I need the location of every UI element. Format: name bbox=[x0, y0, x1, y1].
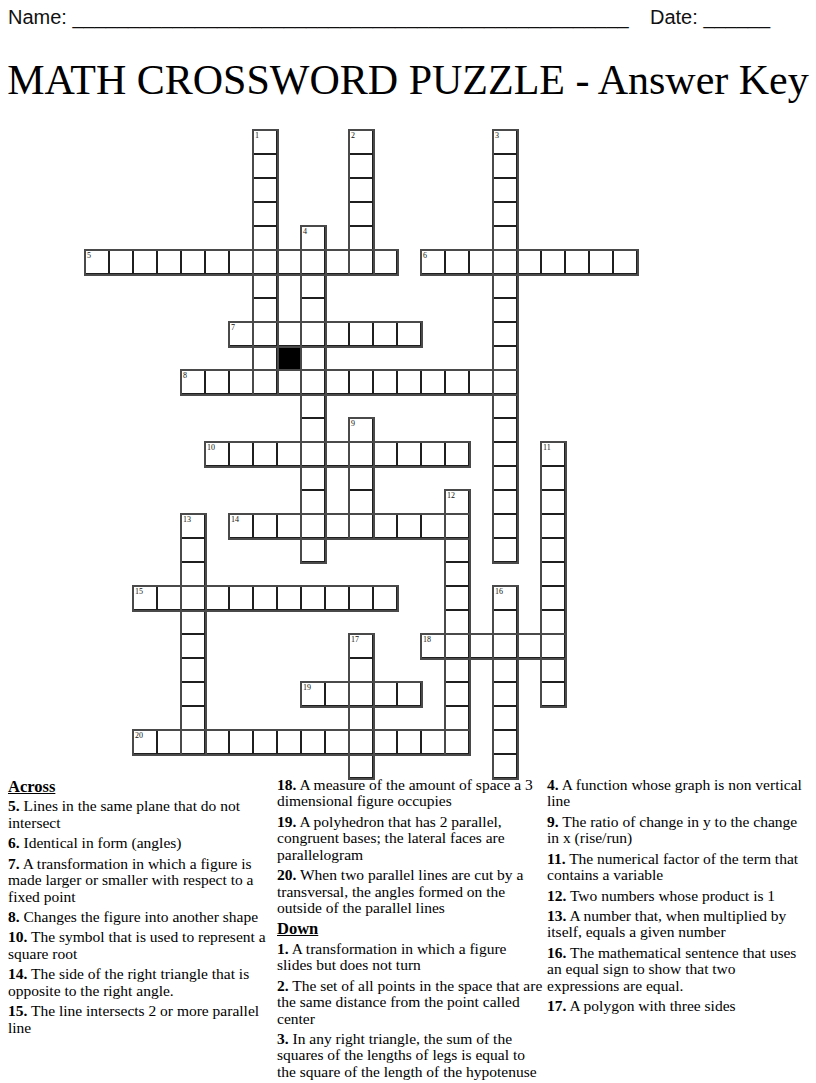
grid-cell[interactable] bbox=[301, 346, 325, 370]
grid-cell[interactable] bbox=[325, 322, 349, 346]
grid-cell[interactable]: 2 bbox=[349, 130, 373, 154]
grid-cell[interactable] bbox=[445, 610, 469, 634]
clue-d4: 4. A function whose graph is non vertica… bbox=[547, 777, 811, 810]
grid-cell[interactable] bbox=[493, 274, 517, 298]
grid-cell[interactable] bbox=[541, 634, 565, 658]
clue-a18: 18. A measure of the amount of space a 3… bbox=[277, 777, 545, 810]
grid-cell[interactable] bbox=[349, 154, 373, 178]
grid-cell[interactable] bbox=[301, 370, 325, 394]
grid-cell[interactable] bbox=[493, 298, 517, 322]
grid-cell[interactable]: 11 bbox=[541, 442, 565, 466]
grid-cell[interactable] bbox=[181, 682, 205, 706]
grid-cell[interactable] bbox=[469, 634, 493, 658]
clue-a10: 10. The symbol that is used to represent… bbox=[8, 929, 276, 962]
grid-cell[interactable] bbox=[109, 250, 133, 274]
grid-cell[interactable] bbox=[397, 322, 421, 346]
clue-d16: 16. The mathematical sentence that uses … bbox=[547, 945, 811, 994]
grid-cell[interactable] bbox=[181, 634, 205, 658]
grid-cell[interactable] bbox=[253, 322, 277, 346]
grid-cell[interactable]: 3 bbox=[493, 130, 517, 154]
grid-cell[interactable]: 4 bbox=[301, 226, 325, 250]
grid-cell[interactable] bbox=[373, 250, 397, 274]
cell-number: 13 bbox=[183, 515, 191, 524]
grid-cell[interactable] bbox=[445, 442, 469, 466]
grid-cell[interactable] bbox=[493, 658, 517, 682]
grid-cell[interactable] bbox=[253, 730, 277, 754]
grid-cell[interactable] bbox=[157, 250, 181, 274]
grid-cell[interactable]: 12 bbox=[445, 490, 469, 514]
grid-cell[interactable] bbox=[469, 370, 493, 394]
grid-cell[interactable] bbox=[277, 730, 301, 754]
grid-cell[interactable] bbox=[229, 586, 253, 610]
grid-cell[interactable] bbox=[229, 370, 253, 394]
grid-cell[interactable] bbox=[349, 466, 373, 490]
grid-cell[interactable] bbox=[373, 370, 397, 394]
grid-cell[interactable] bbox=[277, 370, 301, 394]
grid-cell[interactable] bbox=[205, 370, 229, 394]
clue-a5: 5. Lines in the same plane that do not i… bbox=[8, 798, 276, 831]
grid-cell[interactable] bbox=[373, 322, 397, 346]
cell-number: 7 bbox=[231, 323, 235, 332]
grid-cell[interactable] bbox=[229, 442, 253, 466]
grid-cell[interactable] bbox=[253, 586, 277, 610]
grid-cell[interactable]: 20 bbox=[133, 730, 157, 754]
clue-d3: 3. In any right triangle, the sum of the… bbox=[277, 1031, 545, 1080]
grid-cell[interactable] bbox=[301, 418, 325, 442]
grid-cell[interactable] bbox=[205, 730, 229, 754]
grid-cell[interactable]: 17 bbox=[349, 634, 373, 658]
grid-cell[interactable] bbox=[493, 514, 517, 538]
grid-cell[interactable] bbox=[325, 370, 349, 394]
cell-number: 2 bbox=[351, 131, 355, 140]
cell-number: 6 bbox=[423, 251, 427, 260]
clue-a15: 15. The line intersects 2 or more parall… bbox=[8, 1003, 276, 1036]
clue-d1: 1. A transformation in which a figure sl… bbox=[277, 941, 545, 974]
cell-number: 9 bbox=[351, 419, 355, 428]
cell-number: 10 bbox=[207, 443, 215, 452]
grid-cell[interactable] bbox=[301, 514, 325, 538]
clue-column-2: 18. A measure of the amount of space a 3… bbox=[277, 777, 545, 1083]
grid-cell[interactable] bbox=[301, 298, 325, 322]
grid-cell[interactable] bbox=[301, 466, 325, 490]
grid-cell[interactable] bbox=[589, 250, 613, 274]
grid-cell[interactable] bbox=[301, 394, 325, 418]
grid-cell[interactable] bbox=[325, 250, 349, 274]
grid-cell[interactable] bbox=[517, 250, 541, 274]
grid-cell[interactable]: 8 bbox=[181, 370, 205, 394]
clue-d11: 11. The numerical factor of the term tha… bbox=[547, 851, 811, 884]
grid-cell[interactable] bbox=[493, 442, 517, 466]
grid-cell[interactable] bbox=[493, 202, 517, 226]
crossword-grid: 1234567891011121314151617181920 bbox=[85, 130, 639, 780]
cell-number: 3 bbox=[495, 131, 499, 140]
grid-cell[interactable] bbox=[445, 250, 469, 274]
grid-cell[interactable] bbox=[493, 178, 517, 202]
cell-number: 11 bbox=[543, 443, 551, 452]
grid-cell[interactable] bbox=[373, 682, 397, 706]
grid-cell[interactable] bbox=[277, 514, 301, 538]
grid-cell[interactable] bbox=[493, 730, 517, 754]
grid-cell[interactable] bbox=[301, 490, 325, 514]
grid-cell[interactable] bbox=[493, 154, 517, 178]
grid-cell[interactable] bbox=[253, 370, 277, 394]
grid-cell[interactable] bbox=[181, 562, 205, 586]
grid-cell[interactable] bbox=[493, 634, 517, 658]
grid-cell[interactable] bbox=[325, 442, 349, 466]
grid-cell[interactable] bbox=[181, 250, 205, 274]
grid-cell[interactable] bbox=[541, 586, 565, 610]
name-blank-line: ________________________________________… bbox=[72, 6, 628, 29]
grid-cell[interactable] bbox=[181, 586, 205, 610]
grid-cell[interactable]: 18 bbox=[421, 634, 445, 658]
grid-cell[interactable] bbox=[373, 514, 397, 538]
grid-cell[interactable] bbox=[493, 394, 517, 418]
grid-cell[interactable] bbox=[493, 682, 517, 706]
grid-cell[interactable] bbox=[541, 250, 565, 274]
grid-cell[interactable] bbox=[349, 370, 373, 394]
grid-cell[interactable] bbox=[421, 730, 445, 754]
page-title: MATH CROSSWORD PUZZLE - Answer Key bbox=[0, 56, 816, 104]
grid-cell[interactable] bbox=[253, 154, 277, 178]
grid-cell[interactable] bbox=[181, 706, 205, 730]
grid-cell[interactable] bbox=[349, 514, 373, 538]
grid-cell[interactable] bbox=[397, 682, 421, 706]
grid-cell[interactable] bbox=[445, 514, 469, 538]
cell-number: 1 bbox=[255, 131, 259, 140]
grid-cell[interactable] bbox=[373, 586, 397, 610]
grid-cell[interactable] bbox=[253, 226, 277, 250]
grid-cell[interactable] bbox=[277, 250, 301, 274]
grid-cell[interactable] bbox=[493, 706, 517, 730]
grid-cell[interactable] bbox=[397, 730, 421, 754]
clue-a6: 6. Identical in form (angles) bbox=[8, 835, 276, 851]
grid-cell[interactable] bbox=[445, 586, 469, 610]
cell-number: 15 bbox=[135, 587, 143, 596]
grid-cell[interactable] bbox=[301, 442, 325, 466]
clue-d9: 9. The ratio of change in y to the chang… bbox=[547, 814, 811, 847]
grid-cell[interactable] bbox=[181, 538, 205, 562]
grid-cell[interactable] bbox=[541, 538, 565, 562]
clue-a19: 19. A polyhedron that has 2 parallel, co… bbox=[277, 814, 545, 863]
grid-cell[interactable] bbox=[301, 274, 325, 298]
grid-cell[interactable] bbox=[421, 514, 445, 538]
grid-cell[interactable] bbox=[541, 658, 565, 682]
grid-cell[interactable] bbox=[541, 514, 565, 538]
grid-cell[interactable] bbox=[445, 658, 469, 682]
grid-cell[interactable] bbox=[349, 754, 373, 778]
grid-cell[interactable] bbox=[157, 586, 181, 610]
grid-cell[interactable]: 7 bbox=[229, 322, 253, 346]
worksheet-page: Name: __________________________________… bbox=[0, 0, 816, 1083]
grid-cell[interactable] bbox=[541, 466, 565, 490]
cell-number: 19 bbox=[303, 683, 311, 692]
grid-cell[interactable] bbox=[301, 538, 325, 562]
across-header: Across bbox=[8, 778, 276, 795]
grid-cell[interactable] bbox=[493, 490, 517, 514]
clue-d12: 12. Two numbers whose product is 1 bbox=[547, 888, 811, 904]
grid-cell[interactable] bbox=[397, 370, 421, 394]
grid-cell[interactable] bbox=[493, 226, 517, 250]
grid-cell[interactable] bbox=[493, 370, 517, 394]
grid-cell[interactable] bbox=[181, 658, 205, 682]
grid-cell[interactable] bbox=[493, 754, 517, 778]
clue-d17: 17. A polygon with three sides bbox=[547, 998, 811, 1014]
grid-cell[interactable] bbox=[301, 586, 325, 610]
grid-cell[interactable] bbox=[205, 250, 229, 274]
grid-cell[interactable] bbox=[349, 490, 373, 514]
grid-cell[interactable] bbox=[445, 562, 469, 586]
grid-cell[interactable] bbox=[445, 370, 469, 394]
grid-cell[interactable] bbox=[277, 442, 301, 466]
grid-cell[interactable] bbox=[205, 586, 229, 610]
grid-cell[interactable] bbox=[445, 538, 469, 562]
grid-cell[interactable] bbox=[253, 274, 277, 298]
cell-number: 12 bbox=[447, 491, 455, 500]
clue-a20: 20. When two parallel lines are cut by a… bbox=[277, 867, 545, 916]
grid-cell[interactable] bbox=[373, 730, 397, 754]
grid-cell[interactable] bbox=[253, 178, 277, 202]
grid-cell[interactable] bbox=[349, 682, 373, 706]
grid-cell[interactable] bbox=[349, 250, 373, 274]
grid-cell[interactable]: 10 bbox=[205, 442, 229, 466]
grid-cell[interactable]: 1 bbox=[253, 130, 277, 154]
grid-cell[interactable] bbox=[469, 250, 493, 274]
grid-cell[interactable] bbox=[325, 514, 349, 538]
grid-cell[interactable] bbox=[253, 514, 277, 538]
clue-a8: 8. Changes the figure into another shape bbox=[8, 909, 276, 925]
down-header: Down bbox=[277, 920, 545, 937]
grid-cell[interactable] bbox=[541, 682, 565, 706]
grid-cell[interactable]: 6 bbox=[421, 250, 445, 274]
grid-cell[interactable] bbox=[181, 610, 205, 634]
grid-cell[interactable] bbox=[445, 730, 469, 754]
grid-cell[interactable]: 13 bbox=[181, 514, 205, 538]
grid-cell[interactable] bbox=[349, 178, 373, 202]
cell-number: 18 bbox=[423, 635, 431, 644]
cell-number: 4 bbox=[303, 227, 307, 236]
grid-cell[interactable]: 9 bbox=[349, 418, 373, 442]
grid-cell[interactable] bbox=[277, 586, 301, 610]
grid-cell[interactable] bbox=[301, 322, 325, 346]
grid-cell[interactable] bbox=[349, 226, 373, 250]
grid-cell[interactable] bbox=[565, 250, 589, 274]
grid-cell[interactable] bbox=[301, 250, 325, 274]
grid-cell[interactable] bbox=[301, 730, 325, 754]
grid-cell[interactable] bbox=[277, 322, 301, 346]
grid-cell[interactable] bbox=[493, 418, 517, 442]
grid-cell[interactable] bbox=[493, 466, 517, 490]
grid-cell[interactable]: 16 bbox=[493, 586, 517, 610]
cell-number: 17 bbox=[351, 635, 359, 644]
grid-cell[interactable] bbox=[445, 634, 469, 658]
grid-cell[interactable] bbox=[349, 202, 373, 226]
cell-number: 16 bbox=[495, 587, 503, 596]
clue-column-3: 4. A function whose graph is non vertica… bbox=[547, 777, 811, 1018]
grid-cell[interactable] bbox=[253, 202, 277, 226]
grid-cell[interactable] bbox=[517, 634, 541, 658]
date-label: Date: bbox=[650, 6, 698, 29]
grid-cell[interactable] bbox=[253, 442, 277, 466]
clue-a7: 7. A transformation in which a figure is… bbox=[8, 856, 276, 905]
grid-cell[interactable] bbox=[349, 658, 373, 682]
cell-number: 20 bbox=[135, 731, 143, 740]
worksheet-header: Name: __________________________________… bbox=[8, 6, 808, 34]
grid-cell[interactable] bbox=[325, 730, 349, 754]
grid-cell[interactable] bbox=[373, 442, 397, 466]
grid-cell[interactable] bbox=[421, 442, 445, 466]
grid-cell[interactable] bbox=[493, 346, 517, 370]
grid-cell[interactable] bbox=[133, 250, 157, 274]
grid-cell[interactable] bbox=[493, 322, 517, 346]
grid-cell[interactable] bbox=[349, 586, 373, 610]
grid-cell[interactable] bbox=[445, 706, 469, 730]
grid-cell[interactable] bbox=[253, 298, 277, 322]
blocked-cell bbox=[277, 346, 301, 370]
clue-a14: 14. The side of the right triangle that … bbox=[8, 966, 276, 999]
grid-cell[interactable] bbox=[349, 442, 373, 466]
grid-cell[interactable] bbox=[613, 250, 637, 274]
grid-cell[interactable]: 5 bbox=[85, 250, 109, 274]
cell-number: 14 bbox=[231, 515, 239, 524]
grid-cell[interactable]: 14 bbox=[229, 514, 253, 538]
date-blank-line: ______ bbox=[703, 6, 770, 29]
grid-cell[interactable]: 15 bbox=[133, 586, 157, 610]
grid-cell[interactable] bbox=[253, 346, 277, 370]
grid-cell[interactable] bbox=[421, 370, 445, 394]
grid-cell[interactable] bbox=[349, 706, 373, 730]
grid-cell[interactable]: 19 bbox=[301, 682, 325, 706]
grid-cell[interactable] bbox=[157, 730, 181, 754]
grid-cell[interactable] bbox=[541, 610, 565, 634]
grid-cell[interactable] bbox=[493, 610, 517, 634]
grid-cell[interactable] bbox=[445, 682, 469, 706]
clue-d13: 13. A number that, when multiplied by it… bbox=[547, 908, 811, 941]
grid-cell[interactable] bbox=[349, 322, 373, 346]
grid-cell[interactable] bbox=[325, 682, 349, 706]
grid-cell[interactable] bbox=[253, 250, 277, 274]
clue-d2: 2. The set of all points in the space th… bbox=[277, 978, 545, 1027]
grid-cell[interactable] bbox=[325, 586, 349, 610]
grid-cell[interactable] bbox=[541, 490, 565, 514]
grid-cell[interactable] bbox=[493, 250, 517, 274]
cell-number: 5 bbox=[87, 251, 91, 260]
grid-cell[interactable] bbox=[229, 730, 253, 754]
name-label: Name: bbox=[8, 6, 67, 29]
grid-cell[interactable] bbox=[397, 514, 421, 538]
grid-cell[interactable] bbox=[493, 538, 517, 562]
grid-cell[interactable] bbox=[397, 442, 421, 466]
grid-cell[interactable] bbox=[541, 562, 565, 586]
clue-column-1: Across5. Lines in the same plane that do… bbox=[8, 777, 276, 1040]
grid-cell[interactable] bbox=[181, 730, 205, 754]
grid-cell[interactable] bbox=[229, 250, 253, 274]
cell-number: 8 bbox=[183, 371, 187, 380]
grid-cell[interactable] bbox=[349, 730, 373, 754]
